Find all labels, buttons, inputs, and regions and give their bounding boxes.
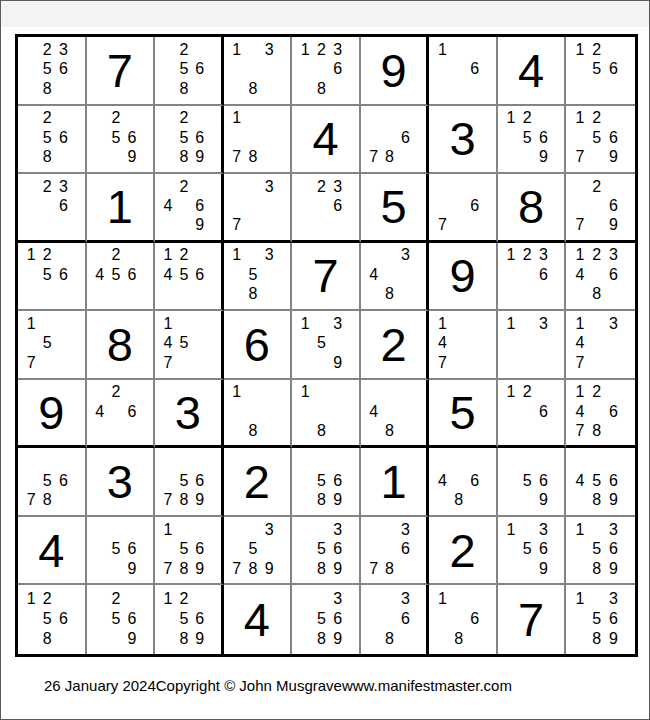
candidate-1: 1 [503,246,519,266]
pencil-marks: 246 [87,380,154,446]
candidate-2: 2 [39,246,55,266]
candidate-9: 9 [261,559,277,579]
cell-r9c7[interactable]: 168 [429,585,498,654]
candidate-4: 4 [92,402,108,421]
pencil-marks: 126 [498,380,565,446]
candidate-1: 1 [160,520,176,540]
solved-digit: 4 [18,517,85,584]
candidate-2: 2 [588,40,605,60]
candidate-8: 8 [313,79,329,99]
candidate-8: 8 [176,79,192,99]
candidate-8: 8 [176,490,192,510]
candidate-8: 8 [245,559,261,579]
pencil-marks: 13 [498,311,565,378]
candidate-9: 9 [192,559,208,579]
candidate-6: 6 [330,196,346,215]
candidate-8: 8 [39,79,55,99]
pencil-marks: 178 [224,106,291,173]
solved-digit: 8 [87,311,154,378]
candidate-6: 6 [605,609,622,629]
candidate-9: 9 [124,148,140,168]
cell-r3c4[interactable]: 37 [224,174,293,243]
candidate-5: 5 [39,334,55,354]
candidate-9: 9 [605,629,622,649]
candidate-5: 5 [108,265,124,285]
cell-r5c4[interactable]: 6 [224,311,293,380]
cell-r9c3[interactable]: 125689 [155,585,224,654]
cell-r7c4[interactable]: 2 [224,448,293,517]
candidate-6: 6 [397,539,413,559]
cell-r1c3[interactable]: 2568 [155,37,224,106]
candidate-3: 3 [330,40,346,60]
candidate-4: 4 [571,334,588,354]
candidate-5: 5 [588,609,605,629]
pencil-marks: 157 [18,311,85,378]
candidate-1: 1 [571,314,588,334]
cell-r1c2[interactable]: 7 [87,37,156,106]
cell-r9c9[interactable]: 135689 [566,585,635,654]
candidate-6: 6 [330,60,346,80]
candidate-7: 7 [229,215,245,234]
candidate-2: 2 [108,109,124,129]
cell-r9c4[interactable]: 4 [224,585,293,654]
cell-r1c7[interactable]: 16 [429,37,498,106]
pencil-marks: 23568 [18,37,85,104]
candidate-3: 3 [605,588,622,608]
solved-digit: 1 [87,174,154,240]
cell-r8c5[interactable]: 35689 [292,517,361,586]
solved-digit: 3 [155,380,221,446]
candidate-4: 4 [160,196,176,215]
cell-r7c8[interactable]: 569 [498,448,567,517]
solved-digit: 4 [498,37,565,104]
pencil-marks: 569 [498,448,565,515]
candidate-8: 8 [176,629,192,649]
candidate-8: 8 [39,490,55,510]
candidate-1: 1 [434,588,450,608]
candidate-2: 2 [588,177,605,196]
cell-r3c7[interactable]: 67 [429,174,498,243]
candidate-5: 5 [176,539,192,559]
pencil-marks: 236 [292,174,359,240]
candidate-5: 5 [313,334,329,354]
candidate-1: 1 [434,314,450,334]
candidate-1: 1 [503,520,519,540]
candidate-5: 5 [176,60,192,80]
pencil-marks: 56789 [155,448,221,515]
cell-r5c1[interactable]: 157 [18,311,87,380]
cell-r8c6[interactable]: 3678 [361,517,430,586]
cell-r7c7[interactable]: 468 [429,448,498,517]
candidate-9: 9 [192,215,208,234]
sudoku-board: 2356872568138123689164125625682569256891… [15,34,638,657]
cell-r6c7[interactable]: 5 [429,380,498,449]
candidate-4: 4 [366,265,382,285]
pencil-marks: 1236 [498,243,565,310]
cell-r2c9[interactable]: 125679 [566,106,635,175]
candidate-4: 4 [160,334,176,354]
candidate-6: 6 [535,539,551,559]
cell-r1c8[interactable]: 4 [498,37,567,106]
candidate-5: 5 [588,539,605,559]
pencil-marks: 678 [361,106,427,173]
cell-r3c9[interactable]: 2679 [566,174,635,243]
cell-r3c1[interactable]: 236 [18,174,87,243]
candidate-3: 3 [605,314,622,334]
candidate-5: 5 [39,60,55,80]
candidate-9: 9 [605,490,622,510]
candidate-8: 8 [588,559,605,579]
candidate-9: 9 [192,148,208,168]
candidate-6: 6 [192,539,208,559]
candidate-8: 8 [382,421,398,440]
pencil-marks: 67 [429,174,496,240]
pencil-marks: 12368 [292,37,359,104]
pencil-marks: 18 [224,380,291,446]
candidate-7: 7 [571,148,588,168]
pencil-marks: 1457 [155,311,221,378]
candidate-1: 1 [23,314,39,334]
cell-r7c6[interactable]: 1 [361,448,430,517]
pencil-marks: 37 [224,174,291,240]
candidate-6: 6 [467,60,483,80]
candidate-8: 8 [382,285,398,305]
candidate-3: 3 [261,40,277,60]
candidate-3: 3 [397,588,413,608]
cell-r4c7[interactable]: 9 [429,243,498,312]
cell-r1c4[interactable]: 138 [224,37,293,106]
cell-r4c9[interactable]: 123468 [566,243,635,312]
candidate-5: 5 [588,128,605,148]
candidate-2: 2 [176,109,192,129]
cell-r8c7[interactable]: 2 [429,517,498,586]
candidate-7: 7 [366,559,382,579]
candidate-6: 6 [330,471,346,491]
candidate-2: 2 [588,383,605,402]
cell-r5c5[interactable]: 1359 [292,311,361,380]
pencil-marks: 5689 [292,448,359,515]
candidate-4: 4 [434,334,450,354]
pencil-marks: 1359 [292,311,359,378]
candidate-1: 1 [229,246,245,266]
candidate-7: 7 [434,353,450,373]
candidate-6: 6 [124,128,140,148]
candidate-1: 1 [503,314,519,334]
candidate-2: 2 [39,109,55,129]
cell-r3c6[interactable]: 5 [361,174,430,243]
pencil-marks: 35789 [224,517,291,584]
candidate-4: 4 [571,265,588,285]
candidate-6: 6 [397,128,413,148]
candidate-3: 3 [605,246,622,266]
candidate-1: 1 [434,40,450,60]
cell-r4c4[interactable]: 1358 [224,243,293,312]
cell-r8c3[interactable]: 156789 [155,517,224,586]
cell-r6c2[interactable]: 246 [87,380,156,449]
cell-r1c5[interactable]: 12368 [292,37,361,106]
candidate-8: 8 [176,559,192,579]
solved-digit: 4 [224,585,291,654]
cell-r2c2[interactable]: 2569 [87,106,156,175]
solved-digit: 2 [429,517,496,584]
cell-r8c9[interactable]: 135689 [566,517,635,586]
candidate-5: 5 [519,539,535,559]
candidate-2: 2 [519,246,535,266]
pencil-marks: 368 [361,585,427,654]
candidate-3: 3 [535,314,551,334]
candidate-3: 3 [330,588,346,608]
candidate-9: 9 [605,215,622,234]
cell-r5c6[interactable]: 2 [361,311,430,380]
candidate-6: 6 [55,609,71,629]
candidate-1: 1 [571,383,588,402]
candidate-2: 2 [176,40,192,60]
cell-r7c3[interactable]: 56789 [155,448,224,517]
candidate-6: 6 [330,539,346,559]
candidate-5: 5 [39,265,55,285]
cell-r3c2[interactable]: 1 [87,174,156,243]
cell-r7c2[interactable]: 3 [87,448,156,517]
cell-r3c5[interactable]: 236 [292,174,361,243]
candidate-6: 6 [55,128,71,148]
cell-r1c1[interactable]: 23568 [18,37,87,106]
candidate-2: 2 [588,246,605,266]
pencil-marks: 18 [292,380,359,446]
cell-r3c3[interactable]: 2469 [155,174,224,243]
cell-r4c8[interactable]: 1236 [498,243,567,312]
candidate-2: 2 [176,588,192,608]
candidate-6: 6 [124,265,140,285]
candidate-1: 1 [503,383,519,402]
candidate-7: 7 [229,148,245,168]
candidate-1: 1 [160,314,176,334]
candidate-9: 9 [535,559,551,579]
pencil-marks: 5678 [18,448,85,515]
candidate-1: 1 [229,40,245,60]
cell-r9c8[interactable]: 7 [498,585,567,654]
website-link[interactable]: www.manifestmaster.com [342,677,512,694]
cell-r6c5[interactable]: 18 [292,380,361,449]
pencil-marks: 125689 [155,585,221,654]
cell-r6c4[interactable]: 18 [224,380,293,449]
cell-r8c8[interactable]: 13569 [498,517,567,586]
pencil-marks: 12569 [498,106,565,173]
puzzle-date: 26 January 2024 [44,677,156,694]
candidate-5: 5 [176,128,192,148]
candidate-7: 7 [229,559,245,579]
pencil-marks: 123468 [566,243,635,310]
candidate-8: 8 [313,490,329,510]
candidate-4: 4 [571,402,588,421]
candidate-5: 5 [108,128,124,148]
cell-r5c3[interactable]: 1457 [155,311,224,380]
candidate-1: 1 [160,588,176,608]
candidate-1: 1 [23,588,39,608]
cell-r4c5[interactable]: 7 [292,243,361,312]
candidate-6: 6 [192,609,208,629]
candidate-3: 3 [55,177,71,196]
candidate-1: 1 [571,109,588,129]
pencil-marks: 2456 [87,243,154,310]
cell-r2c1[interactable]: 2568 [18,106,87,175]
candidate-9: 9 [192,490,208,510]
cell-r2c6[interactable]: 678 [361,106,430,175]
cell-r8c1[interactable]: 4 [18,517,87,586]
solved-digit: 2 [361,311,427,378]
cell-r9c6[interactable]: 368 [361,585,430,654]
candidate-3: 3 [330,177,346,196]
pencil-marks: 348 [361,243,427,310]
candidate-3: 3 [55,40,71,60]
candidate-8: 8 [313,421,329,440]
pencil-marks: 13569 [498,517,565,584]
candidate-6: 6 [535,128,551,148]
candidate-7: 7 [571,215,588,234]
cell-r5c2[interactable]: 8 [87,311,156,380]
candidate-2: 2 [519,383,535,402]
candidate-5: 5 [313,471,329,491]
candidate-3: 3 [535,520,551,540]
candidate-5: 5 [313,539,329,559]
solved-digit: 9 [429,243,496,310]
cell-r5c9[interactable]: 1347 [566,311,635,380]
pencil-marks: 135689 [566,585,635,654]
candidate-9: 9 [605,559,622,579]
cell-r9c2[interactable]: 2569 [87,585,156,654]
candidate-8: 8 [382,629,398,649]
solved-digit: 9 [361,37,427,104]
candidate-3: 3 [261,246,277,266]
candidate-1: 1 [229,383,245,402]
candidate-1: 1 [23,246,39,266]
candidate-5: 5 [519,128,535,148]
cell-r8c4[interactable]: 35789 [224,517,293,586]
candidate-5: 5 [39,609,55,629]
cell-r5c8[interactable]: 13 [498,311,567,380]
candidate-2: 2 [176,177,192,196]
pencil-marks: 35689 [292,517,359,584]
cell-r9c5[interactable]: 35689 [292,585,361,654]
cell-r6c3[interactable]: 3 [155,380,224,449]
candidate-6: 6 [467,609,483,629]
candidate-6: 6 [55,471,71,491]
cell-r2c3[interactable]: 25689 [155,106,224,175]
candidate-8: 8 [245,79,261,99]
candidate-2: 2 [108,246,124,266]
cell-r6c6[interactable]: 48 [361,380,430,449]
solved-digit: 9 [18,380,85,446]
candidate-3: 3 [261,520,277,540]
candidate-5: 5 [245,539,261,559]
candidate-7: 7 [23,353,39,373]
cell-r1c9[interactable]: 1256 [566,37,635,106]
solved-digit: 6 [224,311,291,378]
candidate-8: 8 [451,490,467,510]
candidate-6: 6 [330,609,346,629]
cell-r2c7[interactable]: 3 [429,106,498,175]
candidate-8: 8 [39,629,55,649]
candidate-1: 1 [571,520,588,540]
candidate-1: 1 [297,314,313,334]
candidate-2: 2 [108,588,124,608]
candidate-9: 9 [605,148,622,168]
candidate-3: 3 [261,177,277,196]
candidate-5: 5 [313,609,329,629]
cell-r4c1[interactable]: 1256 [18,243,87,312]
candidate-5: 5 [176,609,192,629]
pencil-marks: 25689 [155,106,221,173]
sudoku-page: 2356872568138123689164125625682569256891… [0,0,650,720]
cell-r1c6[interactable]: 9 [361,37,430,106]
cell-r2c8[interactable]: 12569 [498,106,567,175]
candidate-4: 4 [434,471,450,491]
candidate-6: 6 [192,471,208,491]
candidate-6: 6 [535,265,551,285]
pencil-marks: 2568 [18,106,85,173]
candidate-4: 4 [366,402,382,421]
candidate-6: 6 [467,196,483,215]
cell-r4c3[interactable]: 12456 [155,243,224,312]
cell-r6c1[interactable]: 9 [18,380,87,449]
candidate-8: 8 [382,559,398,579]
cell-r2c5[interactable]: 4 [292,106,361,175]
candidate-8: 8 [176,148,192,168]
candidate-6: 6 [192,196,208,215]
cell-r7c5[interactable]: 5689 [292,448,361,517]
candidate-5: 5 [108,539,124,559]
cell-r7c9[interactable]: 45689 [566,448,635,517]
cell-r4c6[interactable]: 348 [361,243,430,312]
candidate-8: 8 [588,490,605,510]
candidate-8: 8 [588,285,605,305]
cell-r6c9[interactable]: 124678 [566,380,635,449]
cell-r2c4[interactable]: 178 [224,106,293,175]
pencil-marks: 12568 [18,585,85,654]
candidate-9: 9 [535,148,551,168]
cell-r3c8[interactable]: 8 [498,174,567,243]
solved-digit: 5 [429,380,496,446]
cell-r7c1[interactable]: 5678 [18,448,87,517]
cell-r5c7[interactable]: 147 [429,311,498,380]
pencil-marks: 468 [429,448,496,515]
cell-r6c8[interactable]: 126 [498,380,567,449]
candidate-3: 3 [397,246,413,266]
cell-r4c2[interactable]: 2456 [87,243,156,312]
pencil-marks: 156789 [155,517,221,584]
solved-digit: 4 [292,106,359,173]
cell-r8c2[interactable]: 569 [87,517,156,586]
cell-r9c1[interactable]: 12568 [18,585,87,654]
pencil-marks: 2569 [87,585,154,654]
candidate-5: 5 [39,471,55,491]
solved-digit: 7 [292,243,359,310]
candidate-8: 8 [39,148,55,168]
candidate-6: 6 [192,265,208,285]
candidate-5: 5 [108,609,124,629]
candidate-6: 6 [605,60,622,80]
candidate-6: 6 [124,539,140,559]
candidate-3: 3 [330,314,346,334]
candidate-2: 2 [313,40,329,60]
solved-digit: 5 [361,174,427,240]
candidate-3: 3 [330,520,346,540]
candidate-1: 1 [571,246,588,266]
solved-digit: 3 [87,448,154,515]
candidate-3: 3 [535,246,551,266]
candidate-6: 6 [605,196,622,215]
candidate-5: 5 [176,265,192,285]
candidate-8: 8 [451,629,467,649]
